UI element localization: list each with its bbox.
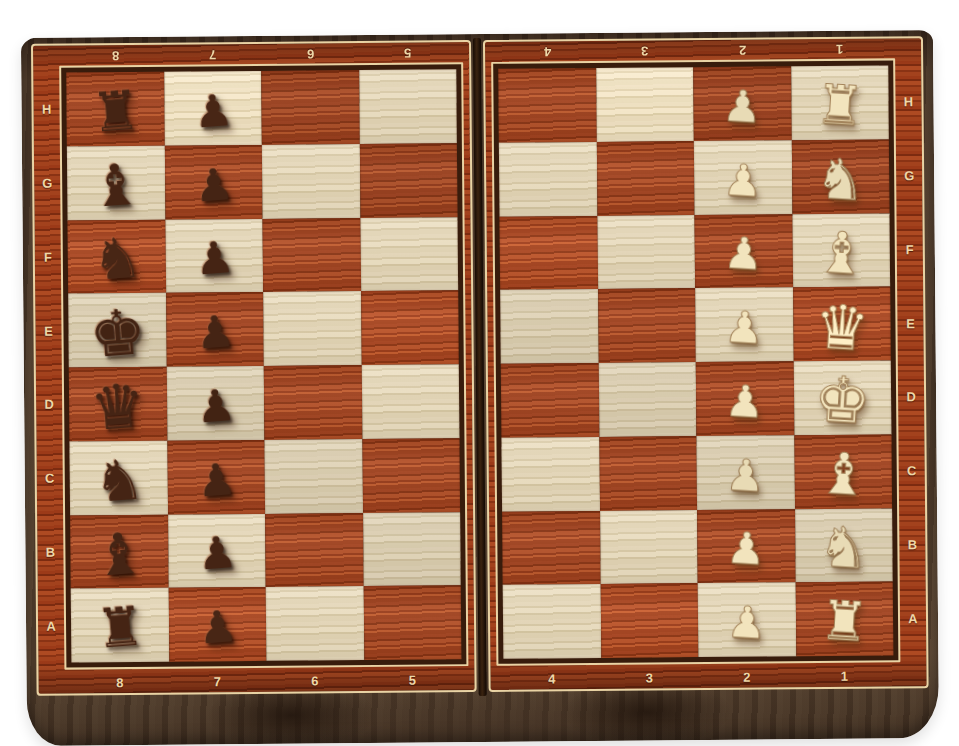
chess-board: 8765 8765 HGFEDCBA ♜♟♝♟♞♟♚♟♛♟♞♟♝♟♜♟ 4321…	[21, 30, 939, 746]
square-f6[interactable]	[263, 218, 361, 293]
playing-area-left: ♜♟♝♟♞♟♚♟♛♟♞♟♝♟♜♟	[59, 62, 468, 670]
square-g8[interactable]: ♝	[67, 145, 165, 220]
piece-light-pawn-d2[interactable]: ♟	[724, 378, 766, 424]
square-g6[interactable]	[262, 144, 360, 219]
square-a3[interactable]	[600, 583, 698, 658]
square-d5[interactable]	[361, 364, 459, 439]
piece-light-knight-b1[interactable]: ♞	[817, 519, 871, 578]
coordinate-label-text: C	[45, 471, 55, 486]
square-g1[interactable]: ♞	[791, 139, 889, 214]
square-a6[interactable]	[266, 586, 364, 661]
square-e6[interactable]	[263, 291, 361, 366]
coordinate-label-3: 3	[595, 41, 693, 60]
coordinate-label-text: B	[908, 537, 918, 552]
square-c3[interactable]	[599, 436, 697, 511]
square-e4[interactable]	[500, 289, 598, 364]
coordinate-label-text: 3	[646, 670, 654, 685]
coordinate-label-text: C	[907, 463, 917, 478]
square-d7[interactable]: ♟	[166, 366, 264, 441]
coordinate-label-text: D	[906, 390, 916, 405]
square-e1[interactable]: ♛	[793, 287, 891, 362]
piece-dark-knight-f8[interactable]: ♞	[89, 230, 143, 290]
coordinate-label-text: A	[46, 618, 56, 633]
coordinate-label-g: G	[35, 146, 60, 220]
coordinate-label-text: 7	[214, 674, 222, 689]
coordinate-label-text: G	[904, 168, 914, 183]
piece-dark-pawn-a7[interactable]: ♟	[196, 604, 239, 651]
square-a1[interactable]: ♜	[795, 582, 893, 657]
square-b1[interactable]: ♞	[795, 508, 893, 583]
square-c5[interactable]	[362, 438, 460, 513]
coordinate-label-d: D	[899, 360, 924, 434]
square-b8[interactable]: ♝	[70, 514, 168, 589]
coordinate-label-1: 1	[790, 39, 888, 58]
square-f2[interactable]: ♟	[694, 214, 792, 289]
square-e7[interactable]: ♟	[166, 292, 264, 367]
square-h8[interactable]: ♜	[66, 72, 164, 147]
file-labels-right-edge: HGFEDCBA	[896, 65, 925, 655]
square-a2[interactable]: ♟	[698, 583, 796, 658]
piece-light-king-d1[interactable]: ♚	[812, 368, 872, 434]
coordinate-label-text: 7	[208, 47, 216, 62]
square-h7[interactable]: ♟	[164, 71, 262, 146]
square-d8[interactable]: ♛	[69, 367, 167, 442]
coordinate-label-4: 4	[503, 669, 601, 688]
top-rank-labels-right: 4321	[498, 39, 888, 60]
coordinate-label-e: E	[36, 294, 61, 368]
piece-dark-pawn-f7[interactable]: ♟	[193, 235, 236, 282]
coordinate-label-f: F	[36, 220, 61, 294]
square-a4[interactable]	[503, 584, 601, 659]
square-h3[interactable]	[596, 67, 694, 142]
piece-light-pawn-c2[interactable]: ♟	[724, 452, 766, 498]
coordinate-label-2: 2	[693, 40, 791, 59]
coordinate-label-7: 7	[164, 45, 262, 64]
piece-dark-queen-d8[interactable]: ♛	[88, 374, 147, 439]
piece-light-bishop-f1[interactable]: ♝	[814, 223, 868, 283]
piece-light-pawn-e2[interactable]: ♟	[723, 305, 765, 351]
coordinate-label-text: F	[44, 250, 52, 265]
coordinate-label-text: B	[46, 545, 56, 560]
square-g5[interactable]	[359, 143, 457, 218]
coordinate-label-text: 8	[111, 48, 119, 63]
square-c4[interactable]	[501, 437, 599, 512]
coordinate-label-c: C	[37, 441, 62, 515]
piece-dark-king-e8[interactable]: ♚	[87, 300, 148, 367]
square-a8[interactable]: ♜	[71, 588, 169, 663]
coordinate-label-6: 6	[261, 44, 359, 63]
coordinate-label-text: 1	[841, 668, 849, 683]
coordinate-label-a: A	[39, 589, 64, 663]
piece-light-rook-a1[interactable]: ♜	[818, 594, 870, 651]
square-g2[interactable]: ♟	[694, 140, 792, 215]
coordinate-label-text: 1	[835, 41, 843, 56]
coordinate-label-text: 3	[640, 43, 648, 58]
piece-dark-rook-a8[interactable]: ♜	[94, 599, 147, 657]
coordinate-label-d: D	[37, 368, 62, 442]
square-f5[interactable]	[360, 217, 458, 292]
piece-dark-pawn-b7[interactable]: ♟	[195, 530, 238, 577]
piece-light-rook-h1[interactable]: ♜	[814, 77, 866, 134]
coordinate-label-1: 1	[796, 666, 894, 685]
top-rank-labels-left: 8765	[66, 43, 456, 64]
square-h4[interactable]	[498, 68, 596, 143]
piece-dark-rook-h8[interactable]: ♜	[89, 83, 142, 141]
square-g7[interactable]: ♟	[164, 145, 262, 220]
coordinate-label-text: D	[44, 397, 54, 412]
coordinate-label-g: G	[897, 139, 922, 213]
coordinate-label-text: E	[44, 323, 53, 338]
square-a5[interactable]	[363, 585, 461, 660]
coordinate-label-text: A	[908, 611, 918, 626]
coordinate-label-5: 5	[364, 670, 462, 689]
coordinate-label-text: 8	[116, 675, 124, 690]
square-grid-right: ♟♜♟♞♟♝♟♛♟♚♟♝♟♞♟♜	[498, 65, 893, 658]
piece-light-pawn-b2[interactable]: ♟	[725, 526, 767, 572]
coordinate-label-b: B	[900, 508, 925, 582]
coordinate-label-text: 6	[311, 673, 319, 688]
square-c8[interactable]: ♞	[69, 440, 167, 515]
square-f7[interactable]: ♟	[165, 218, 263, 293]
coordinate-label-text: H	[42, 102, 52, 117]
square-c2[interactable]: ♟	[696, 435, 794, 510]
square-g3[interactable]	[596, 141, 694, 216]
coordinate-label-7: 7	[169, 672, 267, 691]
coordinate-label-h: H	[896, 65, 921, 139]
board-half-right: 4321 4321 HGFEDCBA ♟♜♟♞♟♝♟♛♟♚♟♝♟♞♟♜	[483, 36, 929, 692]
coordinate-label-text: 2	[743, 669, 751, 684]
piece-dark-pawn-h7[interactable]: ♟	[191, 88, 234, 135]
square-d4[interactable]	[501, 363, 599, 438]
coordinate-label-text: E	[906, 316, 915, 331]
coordinate-label-text: 6	[306, 46, 314, 61]
piece-dark-bishop-b8[interactable]: ♝	[91, 524, 146, 585]
square-a7[interactable]: ♟	[168, 587, 266, 662]
coordinate-label-text: 2	[738, 42, 746, 57]
coordinate-label-b: B	[38, 515, 63, 589]
square-g4[interactable]	[499, 142, 597, 217]
square-d3[interactable]	[598, 362, 696, 437]
piece-light-pawn-g2[interactable]: ♟	[722, 157, 764, 203]
coordinate-label-text: 5	[403, 45, 411, 60]
bottom-rank-labels-right: 4321	[503, 666, 893, 687]
square-h5[interactable]	[359, 69, 457, 144]
square-b7[interactable]: ♟	[168, 513, 266, 588]
square-c1[interactable]: ♝	[794, 434, 892, 509]
coordinate-label-5: 5	[358, 43, 456, 62]
square-h1[interactable]: ♜	[791, 65, 889, 140]
piece-dark-pawn-e7[interactable]: ♟	[193, 309, 236, 356]
square-b5[interactable]	[363, 512, 461, 587]
square-d1[interactable]: ♚	[793, 360, 891, 435]
bottom-rank-labels-left: 8765	[71, 670, 461, 691]
square-b2[interactable]: ♟	[697, 509, 795, 584]
piece-light-knight-g1[interactable]: ♞	[814, 150, 868, 209]
square-e2[interactable]: ♟	[695, 288, 793, 363]
piece-dark-pawn-g7[interactable]: ♟	[192, 161, 235, 208]
square-c7[interactable]: ♟	[167, 440, 265, 515]
square-b4[interactable]	[502, 510, 600, 585]
coordinate-label-h: H	[34, 73, 59, 147]
piece-dark-pawn-d7[interactable]: ♟	[194, 383, 237, 430]
coordinate-label-3: 3	[601, 668, 699, 687]
coordinate-label-2: 2	[698, 667, 796, 686]
piece-dark-pawn-c7[interactable]: ♟	[195, 456, 238, 503]
coordinate-label-text: 4	[543, 44, 551, 59]
square-e5[interactable]	[361, 290, 459, 365]
square-h2[interactable]: ♟	[693, 66, 791, 141]
coordinate-label-text: F	[906, 242, 914, 257]
piece-light-bishop-c1[interactable]: ♝	[816, 444, 870, 504]
square-b6[interactable]	[265, 513, 363, 588]
square-h6[interactable]	[261, 70, 359, 145]
coordinate-label-4: 4	[498, 42, 596, 61]
square-f1[interactable]: ♝	[792, 213, 890, 288]
coordinate-label-8: 8	[66, 46, 164, 65]
square-d6[interactable]	[264, 365, 362, 440]
coordinate-label-8: 8	[71, 673, 169, 692]
square-f8[interactable]: ♞	[68, 219, 166, 294]
piece-light-pawn-f2[interactable]: ♟	[723, 231, 765, 277]
square-e8[interactable]: ♚	[68, 293, 166, 368]
coordinate-label-text: G	[42, 176, 52, 191]
piece-dark-knight-c8[interactable]: ♞	[91, 451, 145, 511]
square-d2[interactable]: ♟	[696, 361, 794, 436]
square-e3[interactable]	[598, 288, 696, 363]
square-grid-left: ♜♟♝♟♞♟♚♟♛♟♞♟♝♟♜♟	[66, 69, 461, 662]
square-b3[interactable]	[600, 510, 698, 585]
coordinate-label-text: 5	[409, 672, 417, 687]
coordinate-label-e: E	[898, 286, 923, 360]
square-f3[interactable]	[597, 215, 695, 290]
coordinate-label-f: F	[897, 213, 922, 287]
coordinate-label-a: A	[901, 581, 926, 655]
square-f4[interactable]	[500, 215, 598, 290]
coordinate-label-c: C	[899, 434, 924, 508]
coordinate-label-text: 4	[548, 671, 556, 686]
coordinate-label-text: H	[904, 95, 914, 110]
piece-dark-bishop-g8[interactable]: ♝	[88, 155, 143, 216]
file-labels-left-edge: HGFEDCBA	[34, 73, 63, 663]
piece-light-queen-e1[interactable]: ♛	[813, 295, 871, 359]
board-half-left: 8765 8765 HGFEDCBA ♜♟♝♟♞♟♚♟♛♟♞♟♝♟♜♟	[31, 40, 477, 696]
coordinate-label-6: 6	[266, 671, 364, 690]
square-c6[interactable]	[264, 439, 362, 514]
playing-area-right: ♟♜♟♞♟♝♟♛♟♚♟♝♟♞♟♜	[491, 58, 900, 666]
piece-light-pawn-a2[interactable]: ♟	[726, 600, 768, 646]
piece-light-pawn-h2[interactable]: ♟	[721, 83, 763, 129]
